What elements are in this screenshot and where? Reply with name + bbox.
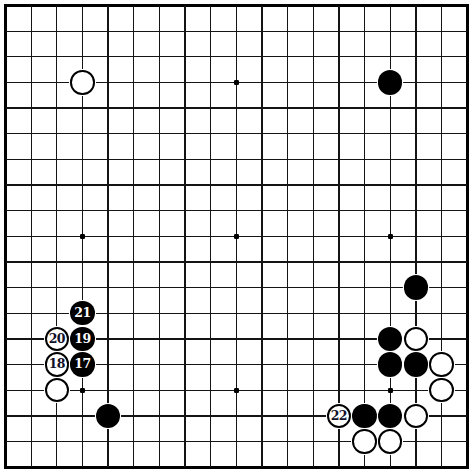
stone-white-d16[interactable] (70, 70, 94, 94)
stone-white-c4[interactable] (45, 378, 69, 402)
stone-black-e3[interactable] (96, 404, 120, 428)
stone-white-r6[interactable] (404, 327, 428, 351)
stone-black-d7[interactable]: 21 (70, 301, 94, 325)
stone-black-q6[interactable] (378, 327, 402, 351)
stone-black-r8[interactable] (404, 275, 428, 299)
stone-white-s5[interactable] (429, 352, 453, 376)
stone-black-p3[interactable] (352, 404, 376, 428)
stone-white-c6[interactable]: 20 (45, 327, 69, 351)
stone-white-p2[interactable] (352, 429, 376, 453)
stone-white-s4[interactable] (429, 378, 453, 402)
go-diagram-page: 212019181722 (0, 0, 475, 474)
stone-white-c5[interactable]: 18 (45, 352, 69, 376)
stone-black-r5[interactable] (404, 352, 428, 376)
stone-black-q16[interactable] (378, 70, 402, 94)
stone-white-o3[interactable]: 22 (327, 404, 351, 428)
stone-black-q5[interactable] (378, 352, 402, 376)
stone-black-d5[interactable]: 17 (70, 352, 94, 376)
stone-grid: 212019181722 (0, 0, 475, 474)
stone-white-q2[interactable] (378, 429, 402, 453)
go-board[interactable]: 212019181722 (0, 0, 475, 474)
stone-black-q3[interactable] (378, 404, 402, 428)
stone-white-r3[interactable] (404, 404, 428, 428)
stone-black-d6[interactable]: 19 (70, 327, 94, 351)
